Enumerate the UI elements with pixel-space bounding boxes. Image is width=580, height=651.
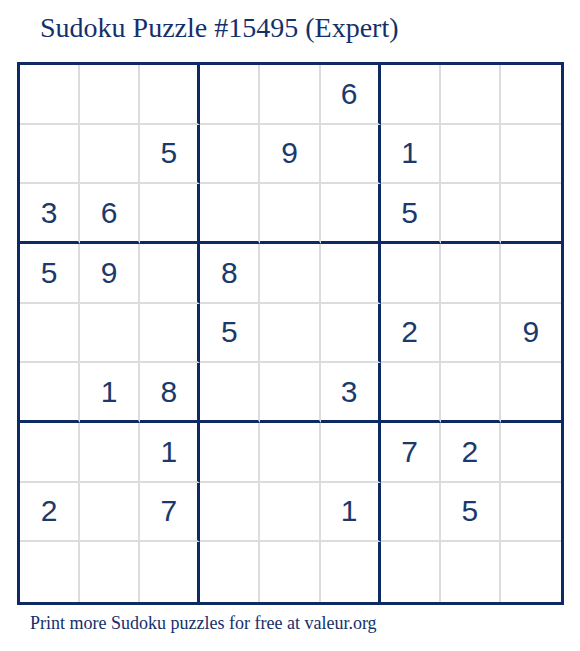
cell-r2c5: 9 bbox=[260, 125, 320, 185]
cell-r9c9[interactable] bbox=[501, 542, 561, 602]
cell-r7c7: 7 bbox=[381, 423, 441, 483]
cell-r4c1: 5 bbox=[20, 244, 80, 304]
cell-r7c1[interactable] bbox=[20, 423, 80, 483]
cell-r3c2: 6 bbox=[80, 184, 140, 244]
cell-r4c8[interactable] bbox=[441, 244, 501, 304]
cell-r5c9: 9 bbox=[501, 304, 561, 364]
cell-r8c9[interactable] bbox=[501, 483, 561, 543]
sudoku-board: 65913655985291831722715 bbox=[17, 62, 564, 605]
cell-r8c3: 7 bbox=[140, 483, 200, 543]
cell-r6c1[interactable] bbox=[20, 363, 80, 423]
footer-note: Print more Sudoku puzzles for free at va… bbox=[30, 613, 377, 634]
cell-r9c8[interactable] bbox=[441, 542, 501, 602]
cell-r9c5[interactable] bbox=[260, 542, 320, 602]
cell-r1c3[interactable] bbox=[140, 65, 200, 125]
cell-r8c1: 2 bbox=[20, 483, 80, 543]
page-title: Sudoku Puzzle #15495 (Expert) bbox=[40, 12, 399, 44]
cell-r9c1[interactable] bbox=[20, 542, 80, 602]
cell-r8c4[interactable] bbox=[200, 483, 260, 543]
cell-r1c6: 6 bbox=[321, 65, 381, 125]
cell-r8c5[interactable] bbox=[260, 483, 320, 543]
cell-r4c2: 9 bbox=[80, 244, 140, 304]
cell-r2c9[interactable] bbox=[501, 125, 561, 185]
cell-r6c9[interactable] bbox=[501, 363, 561, 423]
cell-r2c1[interactable] bbox=[20, 125, 80, 185]
cell-r5c3[interactable] bbox=[140, 304, 200, 364]
cell-r3c7: 5 bbox=[381, 184, 441, 244]
cell-r7c2[interactable] bbox=[80, 423, 140, 483]
cell-r7c4[interactable] bbox=[200, 423, 260, 483]
cell-r8c6: 1 bbox=[321, 483, 381, 543]
cell-r6c5[interactable] bbox=[260, 363, 320, 423]
cell-r1c5[interactable] bbox=[260, 65, 320, 125]
cell-r3c3[interactable] bbox=[140, 184, 200, 244]
cell-r6c2: 1 bbox=[80, 363, 140, 423]
cell-r1c4[interactable] bbox=[200, 65, 260, 125]
cell-r7c6[interactable] bbox=[321, 423, 381, 483]
cell-r9c6[interactable] bbox=[321, 542, 381, 602]
cell-r6c6: 3 bbox=[321, 363, 381, 423]
cell-r2c6[interactable] bbox=[321, 125, 381, 185]
cell-r3c1: 3 bbox=[20, 184, 80, 244]
cell-r2c2[interactable] bbox=[80, 125, 140, 185]
cell-r4c4: 8 bbox=[200, 244, 260, 304]
cell-r4c3[interactable] bbox=[140, 244, 200, 304]
cell-r3c8[interactable] bbox=[441, 184, 501, 244]
cell-r9c3[interactable] bbox=[140, 542, 200, 602]
cell-r9c7[interactable] bbox=[381, 542, 441, 602]
cell-r4c7[interactable] bbox=[381, 244, 441, 304]
cell-r5c2[interactable] bbox=[80, 304, 140, 364]
cell-r8c2[interactable] bbox=[80, 483, 140, 543]
cell-r5c7: 2 bbox=[381, 304, 441, 364]
cell-r5c6[interactable] bbox=[321, 304, 381, 364]
cell-r7c9[interactable] bbox=[501, 423, 561, 483]
cell-r2c3: 5 bbox=[140, 125, 200, 185]
cell-r7c5[interactable] bbox=[260, 423, 320, 483]
cell-r7c3: 1 bbox=[140, 423, 200, 483]
cell-r9c4[interactable] bbox=[200, 542, 260, 602]
cell-r5c4: 5 bbox=[200, 304, 260, 364]
cell-r6c3: 8 bbox=[140, 363, 200, 423]
cell-r1c1[interactable] bbox=[20, 65, 80, 125]
cell-r6c8[interactable] bbox=[441, 363, 501, 423]
cell-r2c7: 1 bbox=[381, 125, 441, 185]
cell-r3c4[interactable] bbox=[200, 184, 260, 244]
sudoku-grid: 65913655985291831722715 bbox=[20, 65, 561, 602]
cell-r1c7[interactable] bbox=[381, 65, 441, 125]
cell-r6c7[interactable] bbox=[381, 363, 441, 423]
cell-r2c4[interactable] bbox=[200, 125, 260, 185]
cell-r4c5[interactable] bbox=[260, 244, 320, 304]
cell-r3c6[interactable] bbox=[321, 184, 381, 244]
cell-r1c2[interactable] bbox=[80, 65, 140, 125]
cell-r1c8[interactable] bbox=[441, 65, 501, 125]
cell-r4c6[interactable] bbox=[321, 244, 381, 304]
cell-r9c2[interactable] bbox=[80, 542, 140, 602]
cell-r8c8: 5 bbox=[441, 483, 501, 543]
cell-r6c4[interactable] bbox=[200, 363, 260, 423]
cell-r3c5[interactable] bbox=[260, 184, 320, 244]
cell-r1c9[interactable] bbox=[501, 65, 561, 125]
cell-r3c9[interactable] bbox=[501, 184, 561, 244]
cell-r7c8: 2 bbox=[441, 423, 501, 483]
cell-r5c8[interactable] bbox=[441, 304, 501, 364]
cell-r5c5[interactable] bbox=[260, 304, 320, 364]
cell-r4c9[interactable] bbox=[501, 244, 561, 304]
cell-r5c1[interactable] bbox=[20, 304, 80, 364]
cell-r8c7[interactable] bbox=[381, 483, 441, 543]
cell-r2c8[interactable] bbox=[441, 125, 501, 185]
